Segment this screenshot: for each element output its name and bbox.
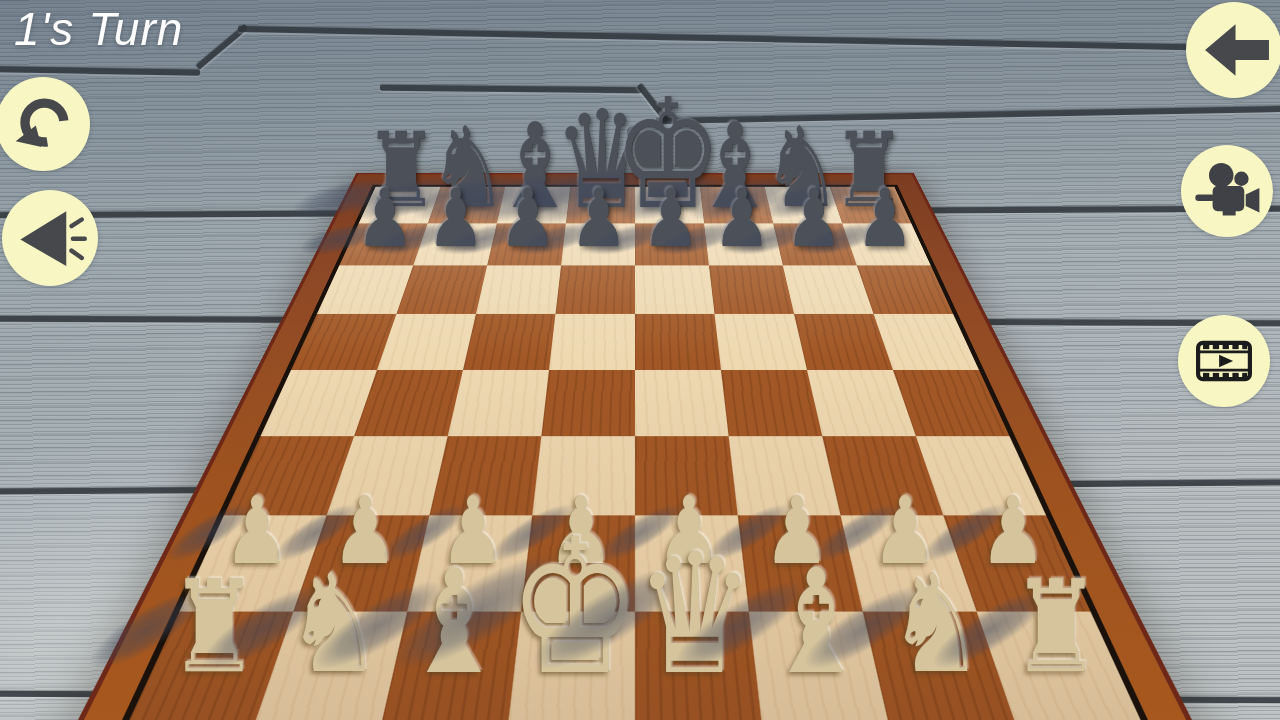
square-h5[interactable] — [874, 314, 979, 370]
square-h6[interactable] — [857, 265, 953, 313]
square-c5[interactable] — [463, 314, 555, 370]
movie-camera-icon — [1191, 155, 1263, 227]
piece-white-rook-h1[interactable]: ♜ — [1011, 564, 1102, 691]
square-e6[interactable] — [635, 265, 715, 313]
piece-white-bishop-f1[interactable]: ♝ — [764, 550, 867, 694]
piece-black-pawn-b7[interactable]: ♟ — [428, 178, 486, 259]
piece-white-queen-e1[interactable]: ♛ — [635, 531, 754, 698]
square-f6[interactable] — [709, 265, 794, 313]
square-d6[interactable] — [555, 265, 635, 313]
square-e4[interactable] — [635, 370, 729, 436]
square-d4[interactable] — [541, 370, 635, 436]
piece-black-pawn-c7[interactable]: ♟ — [499, 178, 557, 259]
piece-white-knight-g1[interactable]: ♞ — [887, 556, 985, 692]
square-e5[interactable] — [635, 314, 721, 370]
piece-black-pawn-h7[interactable]: ♟ — [856, 178, 914, 259]
square-c6[interactable] — [476, 265, 561, 313]
square-f4[interactable] — [721, 370, 822, 436]
turn-indicator: 1's Turn — [14, 2, 183, 56]
record-button[interactable] — [1181, 145, 1273, 237]
back-arrow-icon — [1196, 12, 1272, 88]
square-f5[interactable] — [715, 314, 807, 370]
replay-button[interactable] — [1178, 315, 1270, 407]
restart-icon — [7, 88, 79, 160]
square-d5[interactable] — [549, 314, 635, 370]
square-c4[interactable] — [448, 370, 549, 436]
game-screen: ♜♞♝♛♚♝♞♜♟♟♟♟♟♟♟♟♟♟♟♟♟♟♟♟♜♞♝♚♛♝♞♜ 1's Tur… — [0, 0, 1280, 720]
piece-white-bishop-c1[interactable]: ♝ — [403, 550, 506, 694]
piece-black-pawn-g7[interactable]: ♟ — [785, 178, 843, 259]
square-b6[interactable] — [396, 265, 487, 313]
sound-button[interactable] — [2, 190, 98, 286]
speaker-icon — [13, 201, 87, 275]
plank-seam — [238, 26, 1280, 52]
piece-white-king-d1[interactable]: ♚ — [508, 515, 642, 702]
restart-button[interactable] — [0, 77, 90, 171]
piece-white-knight-b1[interactable]: ♞ — [285, 556, 383, 692]
piece-white-rook-a1[interactable]: ♜ — [168, 564, 259, 691]
piece-black-pawn-f7[interactable]: ♟ — [713, 178, 771, 259]
film-strip-icon — [1189, 326, 1259, 396]
plank-seam — [0, 66, 200, 76]
back-button[interactable] — [1186, 2, 1280, 98]
piece-black-pawn-e7[interactable]: ♟ — [642, 178, 700, 259]
piece-black-pawn-a7[interactable]: ♟ — [356, 178, 414, 259]
piece-black-pawn-d7[interactable]: ♟ — [570, 178, 628, 259]
